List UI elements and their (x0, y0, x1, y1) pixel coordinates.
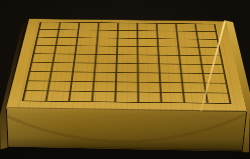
cell-4h (138, 82, 161, 92)
cell-5c (117, 38, 137, 46)
cell-6c (97, 38, 118, 46)
cell-5e (116, 55, 137, 64)
cell-2e (179, 55, 201, 64)
board-assembly (0, 0, 250, 159)
cell-5h (115, 82, 138, 92)
board-front-face (6, 108, 246, 152)
cell-7b (77, 30, 98, 38)
cell-3g (159, 73, 182, 83)
cell-7g (72, 72, 95, 82)
cell-9f (29, 62, 52, 71)
cell-8c (56, 37, 77, 45)
board-top-perspective (6, 0, 248, 111)
cell-7e (74, 54, 96, 63)
cell-7f (73, 63, 95, 72)
cell-8b (57, 30, 78, 38)
cell-9g (27, 71, 51, 81)
cell-8f (51, 63, 74, 72)
cell-9c (35, 37, 57, 45)
cell-3b (157, 31, 177, 39)
shogi-grid (22, 22, 232, 104)
cell-6e (95, 54, 117, 63)
cell-3i (161, 92, 185, 103)
cell-7i (69, 91, 93, 102)
cell-1c (197, 39, 219, 47)
cell-9i (23, 91, 48, 102)
shogi-board-photo (0, 0, 250, 159)
cell-6d (96, 46, 117, 55)
cell-7d (75, 46, 97, 55)
cell-6h (93, 82, 116, 92)
cell-2g (181, 73, 204, 83)
cell-3f (159, 64, 181, 73)
cell-1i (206, 93, 231, 104)
board-cells (23, 22, 231, 104)
cell-6f (94, 63, 116, 72)
cell-1e (200, 56, 223, 65)
cell-4c (137, 38, 158, 46)
cell-7c (76, 38, 97, 46)
cell-1g (203, 73, 227, 83)
cell-4g (138, 73, 160, 83)
cell-6g (94, 72, 116, 82)
cell-2d (178, 47, 200, 56)
cell-9e (32, 54, 55, 63)
cell-9d (34, 45, 56, 54)
board-top-surface (6, 19, 247, 112)
cell-5d (117, 46, 138, 55)
cell-8i (46, 91, 70, 102)
cell-2f (180, 64, 203, 73)
cell-8d (54, 45, 76, 54)
cell-8g (49, 72, 72, 82)
cell-5i (115, 92, 138, 103)
cell-4i (138, 92, 161, 103)
cell-3e (158, 55, 180, 64)
cell-8h (48, 81, 72, 91)
cell-2h (182, 83, 206, 93)
cell-3h (160, 82, 183, 92)
cell-5b (117, 30, 137, 38)
cell-4e (138, 55, 159, 64)
cell-4f (138, 64, 160, 73)
cell-7h (70, 81, 93, 91)
cell-4d (137, 46, 158, 55)
cell-8e (53, 54, 75, 63)
cell-9h (25, 81, 49, 91)
cell-3c (157, 39, 178, 47)
cell-5g (116, 72, 138, 82)
cell-6i (92, 91, 115, 102)
cell-3d (158, 47, 179, 56)
cell-2c (177, 39, 198, 47)
cell-5f (116, 63, 138, 72)
